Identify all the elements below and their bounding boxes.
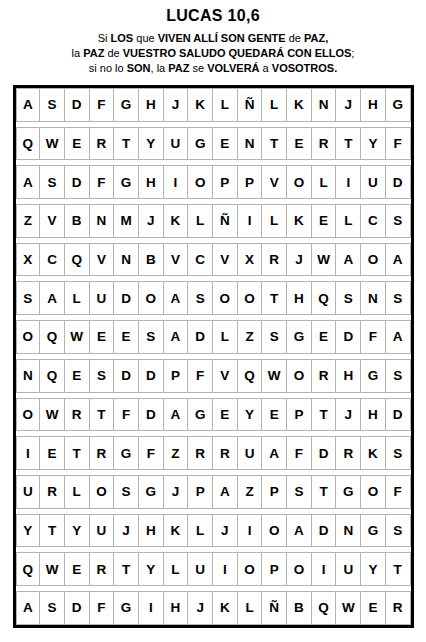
grid-cell[interactable]: T [312, 398, 337, 432]
grid-cell[interactable]: U [361, 165, 386, 199]
grid-cell[interactable]: Y [238, 398, 263, 432]
grid-cell[interactable]: T [336, 127, 361, 161]
grid-cell[interactable]: E [65, 552, 90, 586]
grid-cell[interactable]: C [40, 243, 65, 277]
grid-cell[interactable]: D [312, 436, 337, 470]
grid-cell[interactable]: W [312, 243, 337, 277]
verse-segment: que [133, 32, 157, 44]
grid-cell[interactable]: O [90, 475, 115, 509]
grid-cell[interactable]: F [139, 436, 164, 470]
grid-cell[interactable]: T [386, 552, 411, 586]
grid-cell[interactable]: O [287, 359, 312, 393]
verse-segment: Si [98, 32, 111, 44]
grid-cell[interactable]: G [139, 475, 164, 509]
grid-cell[interactable]: Y [139, 552, 164, 586]
verse-segment: PAZ [83, 47, 104, 59]
grid-cell[interactable]: H [164, 591, 189, 625]
grid-cell[interactable]: O [361, 475, 386, 509]
grid-cell[interactable]: T [262, 127, 287, 161]
grid-cell[interactable]: A [213, 475, 238, 509]
grid-cell[interactable]: I [139, 591, 164, 625]
grid-cell[interactable]: W [65, 320, 90, 354]
grid-cell[interactable]: D [336, 320, 361, 354]
grid-cell[interactable]: L [312, 165, 337, 199]
grid-cell[interactable]: R [213, 436, 238, 470]
grid-cell[interactable]: E [287, 127, 312, 161]
grid-cell[interactable]: A [16, 165, 41, 199]
grid-cell[interactable]: H [287, 281, 312, 315]
grid-cell[interactable]: L [262, 204, 287, 238]
verse-segment: PAZ [168, 62, 189, 74]
grid-cell[interactable]: X [16, 243, 41, 277]
grid-cell[interactable]: K [287, 88, 312, 122]
grid-cell[interactable]: H [336, 359, 361, 393]
grid-cell[interactable]: W [336, 591, 361, 625]
grid-cell[interactable]: F [361, 320, 386, 354]
grid-cell[interactable]: G [188, 398, 213, 432]
grid-cell[interactable]: S [386, 281, 411, 315]
grid-cell[interactable]: R [312, 127, 337, 161]
grid-cell[interactable]: V [213, 243, 238, 277]
grid-cell[interactable]: F [386, 475, 411, 509]
grid-cell[interactable]: Z [238, 320, 263, 354]
grid-cell[interactable]: U [336, 552, 361, 586]
grid-cell[interactable]: T [312, 475, 337, 509]
grid-cell[interactable]: D [114, 359, 139, 393]
grid-cell[interactable]: U [90, 514, 115, 548]
grid-cell[interactable]: P [287, 398, 312, 432]
grid-cell[interactable]: L [65, 281, 90, 315]
grid-cell[interactable]: E [114, 320, 139, 354]
grid-cell[interactable]: T [65, 436, 90, 470]
verse-segment: VUESTRO SALUDO QUEDARÁ CON ELLOS [123, 47, 352, 59]
grid-cell[interactable]: V [40, 204, 65, 238]
grid-cell[interactable]: L [188, 514, 213, 548]
grid-cell[interactable]: D [188, 320, 213, 354]
grid-cell[interactable]: E [361, 591, 386, 625]
grid-cell[interactable]: R [40, 475, 65, 509]
grid-cell[interactable]: S [40, 591, 65, 625]
grid-cell[interactable]: O [287, 165, 312, 199]
grid-cell[interactable]: S [16, 281, 41, 315]
grid-cell[interactable]: G [386, 88, 411, 122]
grid-cell[interactable]: S [90, 359, 115, 393]
grid-cell[interactable]: Q [16, 127, 41, 161]
grid-cell[interactable]: S [386, 359, 411, 393]
grid-cell[interactable]: S [386, 204, 411, 238]
grid-cell[interactable]: G [361, 359, 386, 393]
grid-cell[interactable]: J [114, 514, 139, 548]
grid-cell[interactable]: E [312, 320, 337, 354]
grid-cell[interactable]: R [90, 436, 115, 470]
verse-segment: VIVEN ALLÍ SON GENTE [158, 32, 286, 44]
grid-cell[interactable]: B [287, 591, 312, 625]
verse-segment: de [104, 47, 122, 59]
verse-segment: LOS [111, 32, 134, 44]
grid-cell[interactable]: D [312, 514, 337, 548]
grid-cell[interactable]: P [164, 359, 189, 393]
grid-cell[interactable]: I [164, 165, 189, 199]
grid-cell[interactable]: D [65, 88, 90, 122]
grid-cell[interactable]: F [188, 359, 213, 393]
grid-cell[interactable]: P [262, 552, 287, 586]
grid-cell[interactable]: L [336, 204, 361, 238]
grid-cell[interactable]: I [238, 514, 263, 548]
grid-cell[interactable]: H [361, 398, 386, 432]
grid-cell[interactable]: I [213, 552, 238, 586]
grid-cell[interactable]: P [238, 165, 263, 199]
grid-cell[interactable]: G [188, 127, 213, 161]
grid-cell[interactable]: Y [139, 127, 164, 161]
grid-cell[interactable]: G [114, 591, 139, 625]
grid-cell[interactable]: F [386, 127, 411, 161]
grid-cell[interactable]: R [90, 127, 115, 161]
grid-cell[interactable]: Z [238, 475, 263, 509]
grid-cell[interactable]: R [336, 436, 361, 470]
grid-cell[interactable]: S [139, 320, 164, 354]
verse-segment: se [189, 62, 207, 74]
grid-cell[interactable]: N [90, 204, 115, 238]
grid-cell[interactable]: N [361, 281, 386, 315]
grid-cell[interactable]: H [139, 514, 164, 548]
grid-cell[interactable]: D [386, 398, 411, 432]
grid-cell[interactable]: U [16, 475, 41, 509]
grid-cell[interactable]: E [90, 320, 115, 354]
grid-cell[interactable]: T [114, 552, 139, 586]
grid-cell[interactable]: N [16, 359, 41, 393]
verse-text: Si LOS que VIVEN ALLÍ SON GENTE de PAZ,l… [0, 31, 426, 76]
worksheet-page: LUCAS 10,6 Si LOS que VIVEN ALLÍ SON GEN… [0, 7, 426, 642]
grid-cell[interactable]: K [361, 436, 386, 470]
grid-cell[interactable]: K [287, 204, 312, 238]
grid-cell[interactable]: S [262, 320, 287, 354]
grid-cell[interactable]: P [213, 165, 238, 199]
grid-cell[interactable]: H [139, 88, 164, 122]
grid-cell[interactable]: S [386, 514, 411, 548]
grid-cell[interactable]: Ñ [213, 204, 238, 238]
grid-cell[interactable]: J [188, 591, 213, 625]
grid-cell[interactable]: W [40, 398, 65, 432]
verse-segment: VOSOTROS. [272, 62, 337, 74]
grid-cell[interactable]: G [336, 475, 361, 509]
grid-cell[interactable]: T [40, 514, 65, 548]
grid-cell[interactable]: Q [16, 552, 41, 586]
grid-cell[interactable]: Q [312, 591, 337, 625]
grid-cell[interactable]: Q [40, 359, 65, 393]
grid-cell[interactable]: H [139, 165, 164, 199]
grid-cell[interactable]: L [262, 88, 287, 122]
grid-cell[interactable]: J [164, 88, 189, 122]
grid-cell[interactable]: K [188, 88, 213, 122]
grid-cell[interactable]: B [65, 204, 90, 238]
grid-cell[interactable]: Ñ [238, 88, 263, 122]
grid-cell[interactable]: L [65, 475, 90, 509]
grid-cell[interactable]: A [164, 320, 189, 354]
verse-segment: SON [127, 62, 151, 74]
verse-segment: PAZ, [304, 32, 328, 44]
verse-segment: de [286, 32, 304, 44]
grid-cell[interactable]: A [336, 243, 361, 277]
grid-cell[interactable]: Y [16, 514, 41, 548]
grid-cell[interactable]: K [164, 514, 189, 548]
grid-cell[interactable]: M [114, 204, 139, 238]
grid-cell[interactable]: J [336, 398, 361, 432]
grid-cell[interactable]: I [238, 204, 263, 238]
grid-cell[interactable]: H [361, 88, 386, 122]
verse-segment: VOLVERÁ [207, 62, 259, 74]
grid-cell[interactable]: J [336, 88, 361, 122]
grid-cell[interactable]: R [262, 243, 287, 277]
grid-cell[interactable]: Q [65, 243, 90, 277]
grid-cell[interactable]: Q [238, 359, 263, 393]
grid-cell[interactable]: W [262, 359, 287, 393]
grid-cell[interactable]: O [16, 398, 41, 432]
grid-cell[interactable]: J [164, 475, 189, 509]
grid-cell[interactable]: Z [16, 204, 41, 238]
grid-cell[interactable]: D [65, 165, 90, 199]
grid-cell[interactable]: J [139, 204, 164, 238]
grid-cell[interactable]: P [262, 475, 287, 509]
grid-cell[interactable]: W [40, 127, 65, 161]
grid-cell[interactable]: E [65, 127, 90, 161]
grid-cell[interactable]: L [238, 591, 263, 625]
grid-cell[interactable]: F [114, 398, 139, 432]
grid-cell[interactable]: O [361, 243, 386, 277]
grid-cell[interactable]: N [336, 514, 361, 548]
grid-cell[interactable]: V [90, 243, 115, 277]
grid-cell[interactable]: Z [164, 436, 189, 470]
wordsearch-grid: ASDFGHJKLÑLKNJHGQWERTYUGENTERTYFASDFGHIO… [16, 88, 411, 625]
grid-cell[interactable]: L [213, 320, 238, 354]
grid-cell[interactable]: D [139, 359, 164, 393]
grid-cell[interactable]: P [188, 475, 213, 509]
grid-cell[interactable]: E [40, 436, 65, 470]
grid-cell[interactable]: E [262, 398, 287, 432]
grid-cell[interactable]: F [90, 165, 115, 199]
grid-cell[interactable]: G [361, 514, 386, 548]
grid-cell[interactable]: G [114, 436, 139, 470]
grid-cell[interactable]: G [114, 165, 139, 199]
grid-cell[interactable]: I [312, 552, 337, 586]
grid-cell[interactable]: T [114, 127, 139, 161]
grid-cell[interactable]: S [40, 88, 65, 122]
grid-cell[interactable]: V [164, 243, 189, 277]
grid-cell[interactable]: G [287, 320, 312, 354]
grid-cell[interactable]: S [287, 475, 312, 509]
grid-cell[interactable]: L [164, 552, 189, 586]
verse-line: la PAZ de VUESTRO SALUDO QUEDARÁ CON ELL… [0, 46, 426, 61]
grid-cell[interactable]: S [188, 281, 213, 315]
puzzle-title: LUCAS 10,6 [0, 7, 426, 25]
grid-cell[interactable]: O [188, 165, 213, 199]
grid-cell[interactable]: O [287, 552, 312, 586]
grid-cell[interactable]: T [90, 398, 115, 432]
grid-cell[interactable]: O [16, 320, 41, 354]
grid-cell[interactable]: Y [361, 127, 386, 161]
grid-cell[interactable]: O [262, 514, 287, 548]
verse-segment: a [260, 62, 272, 74]
verse-segment: si no lo [89, 62, 127, 74]
grid-cell[interactable]: N [238, 127, 263, 161]
grid-cell[interactable]: K [164, 204, 189, 238]
grid-cell[interactable]: F [287, 436, 312, 470]
grid-cell[interactable]: U [238, 436, 263, 470]
grid-cell[interactable]: C [188, 243, 213, 277]
grid-cell[interactable]: U [90, 281, 115, 315]
grid-cell[interactable]: L [213, 88, 238, 122]
verse-line: si no lo SON, la PAZ se VOLVERÁ a VOSOTR… [0, 61, 426, 76]
grid-cell[interactable]: E [65, 359, 90, 393]
grid-cell[interactable]: S [40, 165, 65, 199]
grid-cell[interactable]: Y [361, 552, 386, 586]
grid-cell[interactable]: R [65, 398, 90, 432]
grid-cell[interactable]: D [114, 281, 139, 315]
grid-cell[interactable]: A [164, 398, 189, 432]
grid-cell[interactable]: D [386, 165, 411, 199]
grid-cell[interactable]: V [213, 359, 238, 393]
grid-cell[interactable]: J [213, 514, 238, 548]
grid-cell[interactable]: Y [65, 514, 90, 548]
grid-cell[interactable]: O [139, 281, 164, 315]
grid-cell[interactable]: U [164, 127, 189, 161]
grid-cell[interactable]: A [16, 88, 41, 122]
grid-cell[interactable]: J [287, 243, 312, 277]
grid-cell[interactable]: Ñ [262, 591, 287, 625]
grid-cell[interactable]: O [238, 281, 263, 315]
grid-cell[interactable]: F [90, 591, 115, 625]
grid-cell[interactable]: R [312, 359, 337, 393]
grid-cell[interactable]: N [114, 243, 139, 277]
grid-cell[interactable]: B [139, 243, 164, 277]
wordsearch-board: ASDFGHJKLÑLKNJHGQWERTYUGENTERTYFASDFGHIO… [13, 85, 414, 628]
grid-cell[interactable]: F [90, 88, 115, 122]
grid-cell[interactable]: G [114, 88, 139, 122]
grid-cell[interactable]: A [40, 281, 65, 315]
grid-cell[interactable]: A [16, 591, 41, 625]
grid-cell[interactable]: R [90, 552, 115, 586]
grid-cell[interactable]: I [16, 436, 41, 470]
grid-cell[interactable]: V [262, 165, 287, 199]
grid-cell[interactable]: D [65, 591, 90, 625]
grid-cell[interactable]: A [164, 281, 189, 315]
grid-cell[interactable]: U [188, 552, 213, 586]
grid-cell[interactable]: I [336, 165, 361, 199]
grid-cell[interactable]: D [139, 398, 164, 432]
grid-cell[interactable]: O [213, 281, 238, 315]
grid-cell[interactable]: R [386, 591, 411, 625]
grid-cell[interactable]: W [40, 552, 65, 586]
grid-cell[interactable]: R [188, 436, 213, 470]
verse-segment: , la [151, 62, 169, 74]
grid-cell[interactable]: S [114, 475, 139, 509]
verse-segment: la [72, 47, 84, 59]
verse-line: Si LOS que VIVEN ALLÍ SON GENTE de PAZ, [0, 31, 426, 46]
grid-cell[interactable]: A [287, 514, 312, 548]
grid-cell[interactable]: L [188, 204, 213, 238]
grid-cell[interactable]: Q [312, 281, 337, 315]
grid-cell[interactable]: Q [40, 320, 65, 354]
grid-cell[interactable]: T [262, 281, 287, 315]
grid-cell[interactable]: X [238, 243, 263, 277]
grid-cell[interactable]: K [213, 591, 238, 625]
grid-cell[interactable]: E [213, 127, 238, 161]
grid-cell[interactable]: A [262, 436, 287, 470]
grid-cell[interactable]: E [312, 204, 337, 238]
grid-cell[interactable]: S [336, 281, 361, 315]
grid-cell[interactable]: E [213, 398, 238, 432]
verse-segment: ; [351, 47, 354, 59]
grid-cell[interactable]: A [386, 320, 411, 354]
grid-cell[interactable]: N [312, 88, 337, 122]
grid-cell[interactable]: C [361, 204, 386, 238]
grid-cell[interactable]: O [238, 552, 263, 586]
grid-cell[interactable]: S [386, 436, 411, 470]
grid-cell[interactable]: A [386, 243, 411, 277]
